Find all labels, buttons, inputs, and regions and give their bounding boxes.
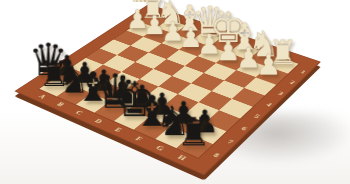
file-label-h: H [176, 154, 188, 162]
file-label-a: A [37, 94, 48, 100]
rank-label-4: 4 [265, 102, 273, 108]
black-rook-piece[interactable]: ♜ [176, 112, 203, 151]
rank-label-6: 6 [239, 126, 248, 132]
file-label-c: C [74, 109, 85, 116]
white-pawn-piece[interactable]: ♟ [256, 51, 279, 79]
rank-label-7: 7 [226, 138, 235, 145]
file-label-g: G [154, 144, 166, 152]
rank-label-2: 2 [288, 80, 296, 85]
rank-label-5: 5 [252, 114, 261, 120]
rank-label-3: 3 [277, 91, 285, 97]
file-label-f: F [133, 136, 143, 143]
rank-label-8: 8 [212, 152, 221, 159]
photo-stage: ♜♞♝♛♚♝♞♜♟♟♟♟♟♟♟♟♟♟♟♟♟♟♟♟♜♞♝♛♚♝♞♜ ABCDEFG… [0, 0, 350, 184]
rank-label-1: 1 [299, 70, 307, 75]
file-label-e: E [113, 127, 124, 134]
file-label-d: D [93, 118, 104, 125]
file-label-b: B [55, 101, 66, 107]
